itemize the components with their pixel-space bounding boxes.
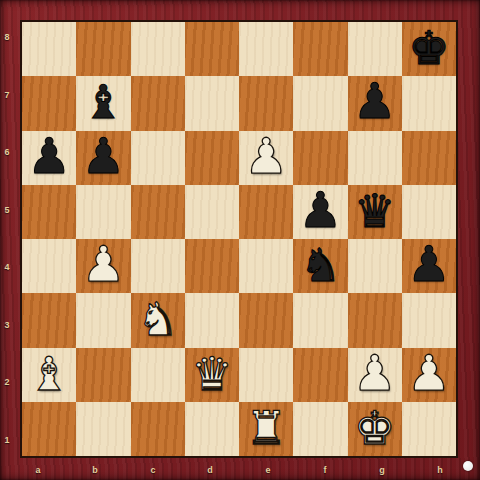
black-pawn[interactable]: ♟: [298, 184, 342, 238]
square-d8[interactable]: [185, 22, 239, 76]
white-pawn[interactable]: ♟: [407, 347, 451, 401]
black-pawn[interactable]: ♟: [27, 130, 71, 184]
black-queen[interactable]: ♛: [354, 184, 395, 238]
square-a1[interactable]: [22, 402, 76, 456]
square-e7[interactable]: [239, 76, 293, 130]
file-label-d: d: [203, 464, 217, 476]
square-g7[interactable]: ♟: [348, 76, 402, 130]
square-c1[interactable]: [131, 402, 185, 456]
square-h4[interactable]: ♟: [402, 239, 456, 293]
white-knight[interactable]: ♞: [137, 292, 178, 346]
square-e4[interactable]: [239, 239, 293, 293]
square-a6[interactable]: ♟: [22, 131, 76, 185]
white-bishop[interactable]: ♝: [29, 347, 70, 401]
rank-label-8: 8: [0, 31, 14, 43]
square-b6[interactable]: ♟: [76, 131, 130, 185]
square-g8[interactable]: [348, 22, 402, 76]
file-label-h: h: [433, 464, 447, 476]
square-h3[interactable]: [402, 293, 456, 347]
square-f8[interactable]: [293, 22, 347, 76]
square-e8[interactable]: [239, 22, 293, 76]
square-d3[interactable]: [185, 293, 239, 347]
square-g3[interactable]: [348, 293, 402, 347]
square-g1[interactable]: ♚: [348, 402, 402, 456]
square-b5[interactable]: [76, 185, 130, 239]
square-b4[interactable]: ♟: [76, 239, 130, 293]
chess-board: ♚♝♟♟♟♟♟♛♟♞♟♞♝♛♟♟♜♚: [20, 20, 458, 458]
black-pawn[interactable]: ♟: [81, 130, 125, 184]
square-d2[interactable]: ♛: [185, 348, 239, 402]
white-pawn[interactable]: ♟: [81, 238, 125, 292]
black-pawn[interactable]: ♟: [353, 75, 397, 129]
square-a5[interactable]: [22, 185, 76, 239]
square-c3[interactable]: ♞: [131, 293, 185, 347]
square-f3[interactable]: [293, 293, 347, 347]
square-h2[interactable]: ♟: [402, 348, 456, 402]
square-f1[interactable]: [293, 402, 347, 456]
square-f5[interactable]: ♟: [293, 185, 347, 239]
rank-label-7: 7: [0, 89, 14, 101]
white-rook[interactable]: ♜: [246, 401, 287, 455]
rank-label-4: 4: [0, 261, 14, 273]
square-h6[interactable]: [402, 131, 456, 185]
square-h8[interactable]: ♚: [402, 22, 456, 76]
rank-label-1: 1: [0, 434, 14, 446]
square-a8[interactable]: [22, 22, 76, 76]
black-bishop[interactable]: ♝: [83, 75, 124, 129]
square-f2[interactable]: [293, 348, 347, 402]
white-to-move-indicator: [463, 461, 473, 471]
square-h7[interactable]: [402, 76, 456, 130]
file-label-a: a: [31, 464, 45, 476]
square-a7[interactable]: [22, 76, 76, 130]
rank-label-3: 3: [0, 319, 14, 331]
square-g5[interactable]: ♛: [348, 185, 402, 239]
square-g4[interactable]: [348, 239, 402, 293]
square-e6[interactable]: ♟: [239, 131, 293, 185]
square-c8[interactable]: [131, 22, 185, 76]
square-d7[interactable]: [185, 76, 239, 130]
square-b2[interactable]: [76, 348, 130, 402]
square-c4[interactable]: [131, 239, 185, 293]
square-b3[interactable]: [76, 293, 130, 347]
square-c2[interactable]: [131, 348, 185, 402]
square-f6[interactable]: [293, 131, 347, 185]
square-f4[interactable]: ♞: [293, 239, 347, 293]
file-label-e: e: [261, 464, 275, 476]
square-b1[interactable]: [76, 402, 130, 456]
square-h1[interactable]: [402, 402, 456, 456]
rank-label-6: 6: [0, 146, 14, 158]
square-g6[interactable]: [348, 131, 402, 185]
white-pawn[interactable]: ♟: [353, 347, 397, 401]
square-a4[interactable]: [22, 239, 76, 293]
square-c7[interactable]: [131, 76, 185, 130]
square-e2[interactable]: [239, 348, 293, 402]
square-d6[interactable]: [185, 131, 239, 185]
square-c5[interactable]: [131, 185, 185, 239]
file-label-g: g: [375, 464, 389, 476]
square-h5[interactable]: [402, 185, 456, 239]
black-knight[interactable]: ♞: [300, 238, 341, 292]
rank-label-2: 2: [0, 376, 14, 388]
square-e5[interactable]: [239, 185, 293, 239]
square-g2[interactable]: ♟: [348, 348, 402, 402]
black-king[interactable]: ♚: [408, 21, 449, 75]
black-pawn[interactable]: ♟: [407, 238, 451, 292]
white-queen[interactable]: ♛: [191, 347, 232, 401]
file-label-b: b: [88, 464, 102, 476]
square-f7[interactable]: [293, 76, 347, 130]
square-e3[interactable]: [239, 293, 293, 347]
square-b7[interactable]: ♝: [76, 76, 130, 130]
square-d5[interactable]: [185, 185, 239, 239]
square-a2[interactable]: ♝: [22, 348, 76, 402]
square-a3[interactable]: [22, 293, 76, 347]
square-d1[interactable]: [185, 402, 239, 456]
square-c6[interactable]: [131, 131, 185, 185]
square-b8[interactable]: [76, 22, 130, 76]
white-pawn[interactable]: ♟: [244, 130, 288, 184]
white-king[interactable]: ♚: [354, 401, 395, 455]
square-e1[interactable]: ♜: [239, 402, 293, 456]
square-d4[interactable]: [185, 239, 239, 293]
file-label-c: c: [146, 464, 160, 476]
rank-label-5: 5: [0, 204, 14, 216]
file-label-f: f: [318, 464, 332, 476]
